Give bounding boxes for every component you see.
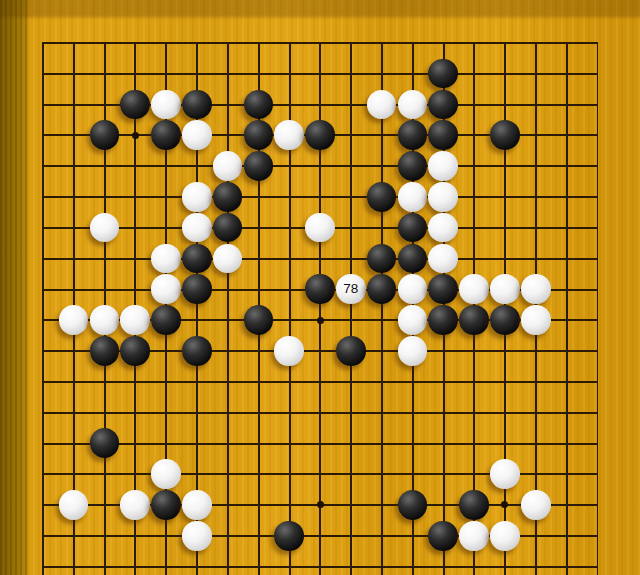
white-stone	[490, 459, 520, 489]
white-stone	[274, 336, 304, 366]
black-stone	[182, 244, 212, 274]
star-point	[501, 501, 508, 508]
black-stone	[336, 336, 366, 366]
black-stone	[459, 490, 489, 520]
black-stone	[428, 120, 458, 150]
white-stone	[120, 305, 150, 335]
black-stone	[398, 244, 428, 274]
last-move-stone: 78	[336, 274, 366, 304]
black-stone	[244, 90, 274, 120]
white-stone	[151, 244, 181, 274]
white-stone	[459, 274, 489, 304]
black-stone	[90, 336, 120, 366]
black-stone	[90, 428, 120, 458]
black-stone	[213, 182, 243, 212]
white-stone	[151, 274, 181, 304]
black-stone	[182, 90, 212, 120]
white-stone	[182, 213, 212, 243]
black-stone	[428, 59, 458, 89]
black-stone	[120, 90, 150, 120]
black-stone	[398, 213, 428, 243]
black-stone	[182, 274, 212, 304]
white-stone	[428, 213, 458, 243]
white-stone	[59, 305, 89, 335]
white-stone	[182, 120, 212, 150]
black-stone	[151, 490, 181, 520]
white-stone	[428, 244, 458, 274]
black-stone	[244, 120, 274, 150]
black-stone	[305, 120, 335, 150]
black-stone	[151, 305, 181, 335]
white-stone	[398, 274, 428, 304]
white-stone	[213, 244, 243, 274]
move-number-label: 78	[343, 282, 358, 296]
board-intersections[interactable]: 78	[27, 27, 612, 575]
white-stone	[398, 336, 428, 366]
white-stone	[398, 182, 428, 212]
black-stone	[367, 244, 397, 274]
black-stone	[367, 274, 397, 304]
black-stone	[459, 305, 489, 335]
black-stone	[428, 305, 458, 335]
black-stone	[428, 521, 458, 551]
black-stone	[367, 182, 397, 212]
star-point	[317, 501, 324, 508]
board-top-edge-band	[0, 0, 640, 20]
white-stone	[428, 151, 458, 181]
black-stone	[398, 490, 428, 520]
black-stone	[120, 336, 150, 366]
white-stone	[305, 213, 335, 243]
black-stone	[90, 120, 120, 150]
black-stone	[428, 274, 458, 304]
go-board: 78	[0, 0, 640, 575]
board-left-edge-band	[0, 0, 28, 575]
white-stone	[151, 459, 181, 489]
black-stone	[305, 274, 335, 304]
white-stone	[521, 490, 551, 520]
black-stone	[274, 521, 304, 551]
white-stone	[182, 182, 212, 212]
black-stone	[398, 151, 428, 181]
white-stone	[213, 151, 243, 181]
white-stone	[151, 90, 181, 120]
white-stone	[367, 90, 397, 120]
white-stone	[490, 521, 520, 551]
white-stone	[521, 274, 551, 304]
black-stone	[490, 120, 520, 150]
white-stone	[182, 521, 212, 551]
white-stone	[59, 490, 89, 520]
white-stone	[428, 182, 458, 212]
star-point	[317, 317, 324, 324]
white-stone	[398, 90, 428, 120]
star-point	[132, 132, 139, 139]
black-stone	[151, 120, 181, 150]
white-stone	[490, 274, 520, 304]
white-stone	[120, 490, 150, 520]
white-stone	[521, 305, 551, 335]
white-stone	[90, 213, 120, 243]
white-stone	[182, 490, 212, 520]
white-stone	[90, 305, 120, 335]
black-stone	[398, 120, 428, 150]
white-stone	[398, 305, 428, 335]
black-stone	[244, 305, 274, 335]
black-stone	[182, 336, 212, 366]
white-stone	[274, 120, 304, 150]
black-stone	[244, 151, 274, 181]
black-stone	[213, 213, 243, 243]
black-stone	[428, 90, 458, 120]
white-stone	[459, 521, 489, 551]
black-stone	[490, 305, 520, 335]
